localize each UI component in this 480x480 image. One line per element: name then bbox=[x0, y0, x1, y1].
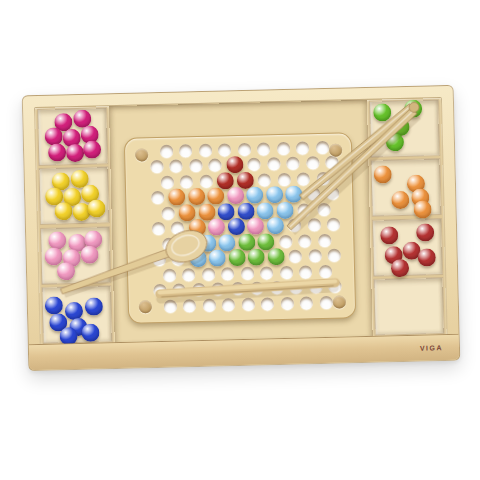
photo-background: VIGA bbox=[0, 0, 480, 480]
wooden-tweezers[interactable] bbox=[284, 102, 422, 230]
wooden-tray: VIGA bbox=[22, 85, 461, 371]
tweezers-joint bbox=[409, 102, 419, 112]
tools-overlay bbox=[23, 86, 460, 370]
wooden-spoon[interactable] bbox=[59, 225, 212, 294]
